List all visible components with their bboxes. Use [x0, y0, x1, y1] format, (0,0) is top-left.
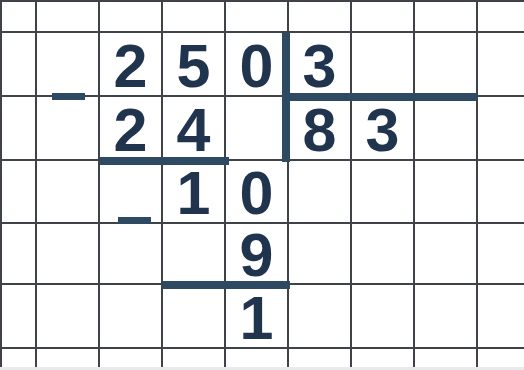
cell-r6c2 [100, 349, 163, 367]
cell-r6c0 [0, 349, 37, 367]
digit-1-r5c4: 1 [240, 284, 274, 349]
digit-3-r1c5: 3 [303, 32, 337, 97]
divisor-corner-horizontal [282, 93, 478, 101]
grid-top-edge-line [0, 0, 524, 2]
cell-r2c3: 4 [163, 97, 226, 161]
cell-r3c8 [478, 161, 524, 224]
cell-r3c6 [352, 161, 415, 224]
cell-r4c4: 9 [226, 224, 289, 285]
cell-r2c7 [415, 97, 478, 161]
cell-r2c2: 2 [100, 97, 163, 161]
division-worksheet: 250324831091 [0, 0, 524, 370]
digit-1-r3c3: 1 [177, 159, 211, 224]
digit-0-r1c4: 0 [240, 32, 274, 97]
cell-r5c4: 1 [226, 285, 289, 349]
cell-r5c1 [37, 285, 100, 349]
cell-r1c3: 5 [163, 33, 226, 97]
cell-r0c0 [0, 0, 37, 33]
underline-product-24 [99, 157, 229, 165]
cell-r2c0 [0, 97, 37, 161]
digit-5-r1c3: 5 [177, 32, 211, 97]
grid-left-edge-line [0, 0, 2, 367]
cell-r5c2 [100, 285, 163, 349]
cell-r5c7 [415, 285, 478, 349]
cell-r6c5 [289, 349, 352, 367]
board-grid: 250324831091 [0, 0, 524, 367]
cell-r6c1 [37, 349, 100, 367]
cell-r1c1 [37, 33, 100, 97]
cell-r3c1 [37, 161, 100, 224]
cell-r6c7 [415, 349, 478, 367]
cell-r6c8 [478, 349, 524, 367]
cell-r4c7 [415, 224, 478, 285]
digit-9-r4c4: 9 [240, 221, 274, 286]
cell-r6c4 [226, 349, 289, 367]
cell-r6c6 [352, 349, 415, 367]
cell-r3c5 [289, 161, 352, 224]
cell-r4c1 [37, 224, 100, 285]
underline-product-9 [162, 281, 290, 289]
cell-r2c8 [478, 97, 524, 161]
minus-remainder [118, 217, 151, 224]
cell-r0c1 [37, 0, 100, 33]
cell-r5c6 [352, 285, 415, 349]
cell-r3c0 [0, 161, 37, 224]
minus-dividend [52, 93, 85, 100]
cell-r2c5: 8 [289, 97, 352, 161]
cell-r3c3: 1 [163, 161, 226, 224]
cell-r5c3 [163, 285, 226, 349]
cell-r3c2 [100, 161, 163, 224]
digit-8-r2c5: 8 [303, 96, 337, 161]
cell-r1c0 [0, 33, 37, 97]
cell-r0c4 [226, 0, 289, 33]
cell-r5c0 [0, 285, 37, 349]
cell-r1c7 [415, 33, 478, 97]
digit-4-r2c3: 4 [177, 96, 211, 161]
cell-r3c7 [415, 161, 478, 224]
cell-r0c7 [415, 0, 478, 33]
cell-r1c4: 0 [226, 33, 289, 97]
cell-r0c6 [352, 0, 415, 33]
cell-r0c5 [289, 0, 352, 33]
cell-r1c8 [478, 33, 524, 97]
digit-3-r2c6: 3 [366, 96, 400, 161]
cell-r2c1 [37, 97, 100, 161]
cell-r4c8 [478, 224, 524, 285]
cell-r2c6: 3 [352, 97, 415, 161]
cell-r4c2 [100, 224, 163, 285]
cell-r0c3 [163, 0, 226, 33]
digit-0-r3c4: 0 [240, 159, 274, 224]
cell-r0c8 [478, 0, 524, 33]
cell-r1c5: 3 [289, 33, 352, 97]
digit-2-r2c2: 2 [114, 96, 148, 161]
cell-r4c3 [163, 224, 226, 285]
cell-r4c6 [352, 224, 415, 285]
cell-r1c2: 2 [100, 33, 163, 97]
cell-r4c0 [0, 224, 37, 285]
cell-r1c6 [352, 33, 415, 97]
cell-r3c4: 0 [226, 161, 289, 224]
digit-2-r1c2: 2 [114, 32, 148, 97]
cell-r4c5 [289, 224, 352, 285]
cell-r2c4 [226, 97, 289, 161]
cell-r5c5 [289, 285, 352, 349]
cell-r0c2 [100, 0, 163, 33]
cell-r6c3 [163, 349, 226, 367]
cell-r5c8 [478, 285, 524, 349]
